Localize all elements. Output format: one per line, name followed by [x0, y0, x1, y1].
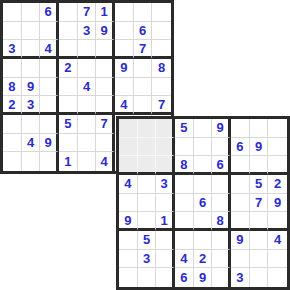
cell-r4c5[interactable]	[194, 175, 213, 194]
cell-r6c6[interactable]: 8	[212, 212, 231, 231]
cell-r7c1[interactable]	[3, 115, 22, 134]
cell-r1c4[interactable]	[59, 3, 78, 22]
cell-r8c3[interactable]	[156, 250, 175, 269]
cell-r5c3[interactable]	[40, 78, 59, 97]
cell-r1c1[interactable]	[119, 119, 138, 138]
cell-r5c6[interactable]	[212, 194, 231, 213]
cell-r5c2[interactable]	[138, 194, 157, 213]
cell-r2c7[interactable]	[115, 22, 134, 41]
cell-r4c4[interactable]: 2	[59, 59, 78, 78]
cell-r5c7[interactable]	[115, 78, 134, 97]
cell-r9c1[interactable]	[119, 268, 138, 287]
cell-r1c5[interactable]: 7	[78, 3, 97, 22]
cell-r4c2[interactable]	[138, 175, 157, 194]
cell-r9c3[interactable]	[40, 152, 59, 171]
cell-r2c1[interactable]	[119, 138, 138, 157]
cell-r7c7[interactable]: 9	[231, 231, 250, 250]
cell-r7c5[interactable]	[194, 231, 213, 250]
cell-r2c4[interactable]	[59, 22, 78, 41]
cell-r2c8[interactable]: 9	[250, 138, 269, 157]
cell-r4c7[interactable]: 9	[115, 59, 134, 78]
cell-r3c5[interactable]	[78, 40, 97, 59]
puzzle-board: 6713963472988942347574914 59698643526799…	[0, 0, 290, 290]
cell-r6c1[interactable]: 2	[3, 96, 22, 115]
cell-r6c1[interactable]: 9	[119, 212, 138, 231]
cell-r9c1[interactable]	[3, 152, 22, 171]
cell-r2c7[interactable]: 6	[231, 138, 250, 157]
cell-r1c8[interactable]	[250, 119, 269, 138]
cell-r4c5[interactable]	[78, 59, 97, 78]
cell-r3c4[interactable]	[59, 40, 78, 59]
cell-r2c3[interactable]	[156, 138, 175, 157]
cell-r8c8[interactable]	[250, 250, 269, 269]
cell-r9c6[interactable]	[212, 268, 231, 287]
cell-r7c8[interactable]	[250, 231, 269, 250]
cell-r3c3[interactable]	[156, 156, 175, 175]
cell-r4c3[interactable]: 3	[156, 175, 175, 194]
cell-r3c8[interactable]	[250, 156, 269, 175]
cell-r4c9[interactable]: 8	[152, 59, 171, 78]
cell-r4c1[interactable]: 4	[119, 175, 138, 194]
cell-r6c7[interactable]: 4	[115, 96, 134, 115]
cell-r9c2[interactable]	[22, 152, 41, 171]
cell-r4c7[interactable]	[231, 175, 250, 194]
cell-r9c4[interactable]: 1	[59, 152, 78, 171]
cell-r7c9[interactable]: 4	[268, 231, 287, 250]
cell-r6c6[interactable]	[96, 96, 115, 115]
cell-r6c3[interactable]	[40, 96, 59, 115]
cell-r8c5[interactable]: 2	[194, 250, 213, 269]
cell-r9c6[interactable]: 4	[96, 152, 115, 171]
cell-r3c9[interactable]	[152, 40, 171, 59]
cell-r7c2[interactable]: 5	[138, 231, 157, 250]
cell-r7c1[interactable]	[119, 231, 138, 250]
cell-r4c1[interactable]	[3, 59, 22, 78]
cell-r5c8[interactable]	[134, 78, 153, 97]
cell-r7c4[interactable]: 5	[59, 115, 78, 134]
cell-r3c3[interactable]: 4	[40, 40, 59, 59]
cell-r6c5[interactable]	[78, 96, 97, 115]
cell-r2c9[interactable]	[152, 22, 171, 41]
cell-r5c2[interactable]: 9	[22, 78, 41, 97]
cell-r9c5[interactable]	[78, 152, 97, 171]
cell-r4c9[interactable]: 2	[268, 175, 287, 194]
cell-r1c1[interactable]	[3, 3, 22, 22]
cell-r2c6[interactable]: 9	[96, 22, 115, 41]
cell-r7c2[interactable]	[22, 115, 41, 134]
cell-r1c3[interactable]	[156, 119, 175, 138]
cell-r9c8[interactable]	[250, 268, 269, 287]
cell-r2c4[interactable]	[175, 138, 194, 157]
cell-r3c9[interactable]	[268, 156, 287, 175]
cell-r5c1[interactable]: 8	[3, 78, 22, 97]
cell-r1c8[interactable]	[134, 3, 153, 22]
cell-r5c3[interactable]	[156, 194, 175, 213]
cell-r6c8[interactable]	[134, 96, 153, 115]
cell-r1c6[interactable]: 1	[96, 3, 115, 22]
cell-r5c9[interactable]: 9	[268, 194, 287, 213]
cell-r6c4[interactable]	[59, 96, 78, 115]
cell-r8c7[interactable]	[231, 250, 250, 269]
cell-r1c5[interactable]	[194, 119, 213, 138]
cell-r8c3[interactable]: 9	[40, 134, 59, 153]
cell-r8c9[interactable]	[268, 250, 287, 269]
cell-r9c7[interactable]: 3	[231, 268, 250, 287]
cell-r3c2[interactable]	[138, 156, 157, 175]
cell-r6c9[interactable]	[268, 212, 287, 231]
cell-r2c8[interactable]: 6	[134, 22, 153, 41]
cell-r6c3[interactable]: 1	[156, 212, 175, 231]
cell-r1c9[interactable]	[152, 3, 171, 22]
cell-r1c6[interactable]: 9	[212, 119, 231, 138]
cell-r9c5[interactable]: 9	[194, 268, 213, 287]
cell-r1c9[interactable]	[268, 119, 287, 138]
cell-r9c2[interactable]	[138, 268, 157, 287]
cell-r9c9[interactable]	[268, 268, 287, 287]
cell-r4c8[interactable]	[134, 59, 153, 78]
cell-r1c7[interactable]	[115, 3, 134, 22]
cell-r4c3[interactable]	[40, 59, 59, 78]
cell-r7c4[interactable]	[175, 231, 194, 250]
cell-r7c6[interactable]: 7	[96, 115, 115, 134]
cell-r3c8[interactable]: 7	[134, 40, 153, 59]
cell-r4c4[interactable]	[175, 175, 194, 194]
cell-r5c8[interactable]: 7	[250, 194, 269, 213]
cell-r3c6[interactable]	[96, 40, 115, 59]
cell-r8c1[interactable]	[3, 134, 22, 153]
cell-r5c7[interactable]	[231, 194, 250, 213]
cell-r6c9[interactable]: 7	[152, 96, 171, 115]
cell-r6c8[interactable]	[250, 212, 269, 231]
cell-r8c2[interactable]: 3	[138, 250, 157, 269]
cell-r4c6[interactable]	[96, 59, 115, 78]
cell-r3c1[interactable]: 3	[3, 40, 22, 59]
cell-r2c2[interactable]	[138, 138, 157, 157]
cell-r2c5[interactable]	[194, 138, 213, 157]
cell-r3c6[interactable]: 6	[212, 156, 231, 175]
cell-r4c8[interactable]: 5	[250, 175, 269, 194]
cell-r5c4[interactable]	[59, 78, 78, 97]
cell-r8c4[interactable]: 4	[175, 250, 194, 269]
cell-r8c5[interactable]	[78, 134, 97, 153]
cell-r2c1[interactable]	[3, 22, 22, 41]
cell-r3c2[interactable]	[22, 40, 41, 59]
cell-r5c6[interactable]	[96, 78, 115, 97]
cell-r2c3[interactable]	[40, 22, 59, 41]
cell-r5c4[interactable]	[175, 194, 194, 213]
cell-r8c6[interactable]	[212, 250, 231, 269]
cell-r5c5[interactable]: 4	[78, 78, 97, 97]
cell-r2c6[interactable]	[212, 138, 231, 157]
cell-r1c4[interactable]: 5	[175, 119, 194, 138]
cell-r7c3[interactable]	[40, 115, 59, 134]
cell-r1c7[interactable]	[231, 119, 250, 138]
cell-r3c7[interactable]	[231, 156, 250, 175]
cell-r1c3[interactable]: 6	[40, 3, 59, 22]
cell-r9c4[interactable]: 6	[175, 268, 194, 287]
cell-r7c3[interactable]	[156, 231, 175, 250]
cell-r4c2[interactable]	[22, 59, 41, 78]
cell-r3c7[interactable]	[115, 40, 134, 59]
cell-r3c5[interactable]	[194, 156, 213, 175]
cell-r1c2[interactable]	[22, 3, 41, 22]
cell-r7c6[interactable]	[212, 231, 231, 250]
cell-r3c1[interactable]	[119, 156, 138, 175]
cell-r9c3[interactable]	[156, 268, 175, 287]
cell-r1c2[interactable]	[138, 119, 157, 138]
cell-r3c4[interactable]: 8	[175, 156, 194, 175]
sudoku-grid-bottom-right: 5969864352679918594342693	[116, 116, 290, 290]
cell-r5c9[interactable]	[152, 78, 171, 97]
cell-r8c2[interactable]: 4	[22, 134, 41, 153]
cell-r4c6[interactable]	[212, 175, 231, 194]
cell-r8c6[interactable]	[96, 134, 115, 153]
cell-r6c5[interactable]	[194, 212, 213, 231]
cell-r8c4[interactable]	[59, 134, 78, 153]
cell-r8c1[interactable]	[119, 250, 138, 269]
cell-r6c4[interactable]	[175, 212, 194, 231]
cell-r2c9[interactable]	[268, 138, 287, 157]
cell-r6c2[interactable]	[138, 212, 157, 231]
cell-r2c2[interactable]	[22, 22, 41, 41]
cell-r6c7[interactable]	[231, 212, 250, 231]
cell-r5c5[interactable]: 6	[194, 194, 213, 213]
cell-r5c1[interactable]	[119, 194, 138, 213]
cell-r7c5[interactable]	[78, 115, 97, 134]
cell-r6c2[interactable]: 3	[22, 96, 41, 115]
cell-r2c5[interactable]: 3	[78, 22, 97, 41]
